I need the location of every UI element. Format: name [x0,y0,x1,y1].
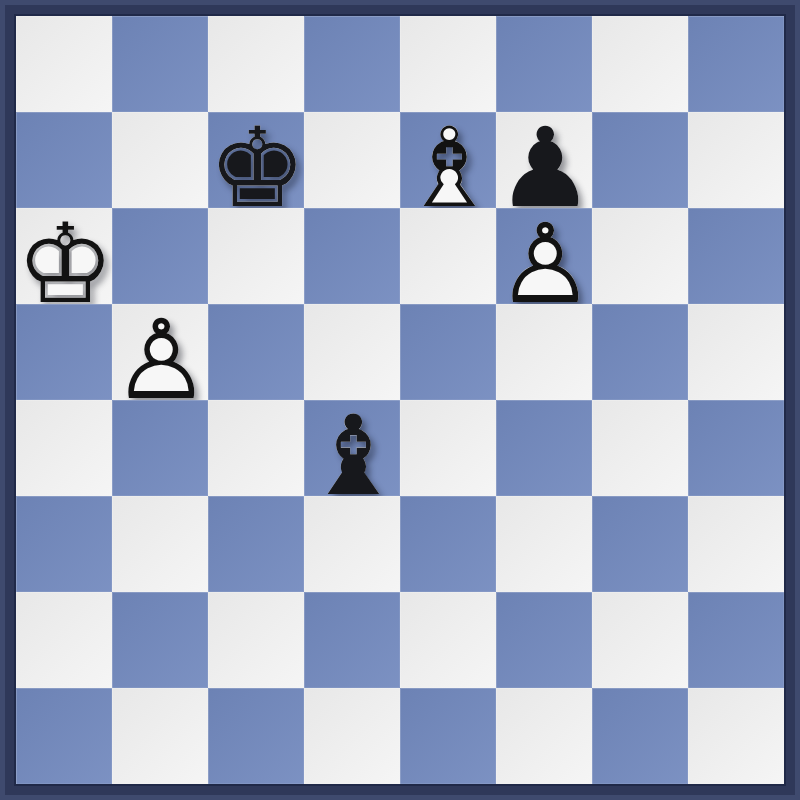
black-king-icon: ♚ [208,113,307,223]
white-king-outline-icon: ♔ [16,209,115,319]
square-c1[interactable] [208,688,304,784]
square-e6[interactable] [400,208,496,304]
square-a3[interactable] [16,496,112,592]
square-d3[interactable] [304,496,400,592]
square-a6[interactable]: ♚♔ [16,208,112,304]
square-d8[interactable] [304,16,400,112]
chess-board-frame: ♚♔♝♗♟♙♚♔♟♙♟♙♝♗ [0,0,800,800]
piece-white-pawn[interactable]: ♟♙ [112,304,208,400]
square-h7[interactable] [688,112,784,208]
square-a8[interactable] [16,16,112,112]
square-g3[interactable] [592,496,688,592]
square-b3[interactable] [112,496,208,592]
square-a7[interactable] [16,112,112,208]
square-h6[interactable] [688,208,784,304]
square-e5[interactable] [400,304,496,400]
square-b6[interactable] [112,208,208,304]
square-d4[interactable]: ♝♗ [304,400,400,496]
square-h4[interactable] [688,400,784,496]
square-d5[interactable] [304,304,400,400]
square-b1[interactable] [112,688,208,784]
square-b4[interactable] [112,400,208,496]
square-c7[interactable]: ♚♔ [208,112,304,208]
piece-white-pawn[interactable]: ♟♙ [496,208,592,304]
square-e2[interactable] [400,592,496,688]
square-f8[interactable] [496,16,592,112]
square-g8[interactable] [592,16,688,112]
square-c6[interactable] [208,208,304,304]
square-e7[interactable]: ♝♗ [400,112,496,208]
square-d1[interactable] [304,688,400,784]
square-f1[interactable] [496,688,592,784]
piece-white-king[interactable]: ♚♔ [16,208,112,304]
square-b8[interactable] [112,16,208,112]
piece-white-bishop[interactable]: ♝♗ [400,112,496,208]
square-e4[interactable] [400,400,496,496]
white-pawn-outline-icon: ♙ [112,305,211,415]
white-bishop-outline-icon: ♗ [400,113,499,223]
square-g2[interactable] [592,592,688,688]
black-bishop-icon: ♝ [304,401,403,511]
square-g7[interactable] [592,112,688,208]
square-a2[interactable] [16,592,112,688]
square-g5[interactable] [592,304,688,400]
piece-black-pawn[interactable]: ♟♙ [496,112,592,208]
square-a5[interactable] [16,304,112,400]
square-e3[interactable] [400,496,496,592]
square-a1[interactable] [16,688,112,784]
square-f3[interactable] [496,496,592,592]
square-h8[interactable] [688,16,784,112]
square-c2[interactable] [208,592,304,688]
square-e1[interactable] [400,688,496,784]
piece-black-king[interactable]: ♚♔ [208,112,304,208]
white-pawn-outline-icon: ♙ [496,209,595,319]
square-c5[interactable] [208,304,304,400]
square-d7[interactable] [304,112,400,208]
square-b7[interactable] [112,112,208,208]
square-g4[interactable] [592,400,688,496]
square-h2[interactable] [688,592,784,688]
square-d6[interactable] [304,208,400,304]
square-d2[interactable] [304,592,400,688]
square-a4[interactable] [16,400,112,496]
square-f5[interactable] [496,304,592,400]
square-h3[interactable] [688,496,784,592]
square-h5[interactable] [688,304,784,400]
square-c3[interactable] [208,496,304,592]
square-f7[interactable]: ♟♙ [496,112,592,208]
square-g1[interactable] [592,688,688,784]
square-b5[interactable]: ♟♙ [112,304,208,400]
square-b2[interactable] [112,592,208,688]
chess-board: ♚♔♝♗♟♙♚♔♟♙♟♙♝♗ [16,16,784,784]
square-g6[interactable] [592,208,688,304]
square-c8[interactable] [208,16,304,112]
square-f4[interactable] [496,400,592,496]
piece-black-bishop[interactable]: ♝♗ [304,400,400,496]
square-f2[interactable] [496,592,592,688]
square-h1[interactable] [688,688,784,784]
square-c4[interactable] [208,400,304,496]
square-f6[interactable]: ♟♙ [496,208,592,304]
square-e8[interactable] [400,16,496,112]
